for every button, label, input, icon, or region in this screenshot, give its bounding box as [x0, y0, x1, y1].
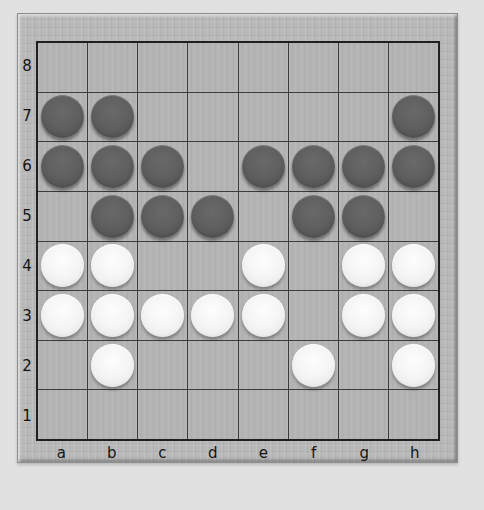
- cell-a3[interactable]: [38, 291, 87, 340]
- cell-c5[interactable]: [138, 192, 187, 241]
- cell-c6[interactable]: [138, 142, 187, 191]
- light-disc[interactable]: [342, 294, 385, 337]
- cell-c7[interactable]: [138, 93, 187, 142]
- cell-g1[interactable]: [339, 390, 388, 439]
- light-disc[interactable]: [91, 344, 134, 387]
- dark-disc[interactable]: [191, 195, 234, 238]
- cell-a4[interactable]: [38, 242, 87, 291]
- dark-disc[interactable]: [292, 145, 335, 188]
- light-disc[interactable]: [242, 294, 285, 337]
- cell-h2[interactable]: [389, 341, 438, 390]
- rank-label-4: 4: [18, 241, 36, 291]
- file-label-c: c: [137, 442, 188, 463]
- file-label-g: g: [339, 442, 390, 463]
- cell-h4[interactable]: [389, 242, 438, 291]
- rank-label-7: 7: [18, 91, 36, 141]
- dark-disc[interactable]: [342, 145, 385, 188]
- cell-f2[interactable]: [289, 341, 338, 390]
- cell-d5[interactable]: [188, 192, 237, 241]
- light-disc[interactable]: [191, 294, 234, 337]
- dark-disc[interactable]: [141, 195, 184, 238]
- light-disc[interactable]: [141, 294, 184, 337]
- cell-h1[interactable]: [389, 390, 438, 439]
- cell-h8[interactable]: [389, 43, 438, 92]
- cell-h5[interactable]: [389, 192, 438, 241]
- rank-labels: 87654321: [18, 41, 36, 441]
- dark-disc[interactable]: [91, 195, 134, 238]
- cell-b2[interactable]: [88, 341, 137, 390]
- cell-f3[interactable]: [289, 291, 338, 340]
- cell-a2[interactable]: [38, 341, 87, 390]
- cell-b5[interactable]: [88, 192, 137, 241]
- light-disc[interactable]: [292, 344, 335, 387]
- light-disc[interactable]: [392, 244, 435, 287]
- rank-label-3: 3: [18, 291, 36, 341]
- cell-a5[interactable]: [38, 192, 87, 241]
- app-background: 87654321 abcdefgh: [0, 0, 484, 510]
- cell-b7[interactable]: [88, 93, 137, 142]
- cell-b3[interactable]: [88, 291, 137, 340]
- cell-d3[interactable]: [188, 291, 237, 340]
- cell-e1[interactable]: [239, 390, 288, 439]
- cell-b4[interactable]: [88, 242, 137, 291]
- cell-f4[interactable]: [289, 242, 338, 291]
- file-labels: abcdefgh: [36, 442, 440, 463]
- dark-disc[interactable]: [91, 145, 134, 188]
- cell-d6[interactable]: [188, 142, 237, 191]
- cell-d8[interactable]: [188, 43, 237, 92]
- cell-f7[interactable]: [289, 93, 338, 142]
- file-label-d: d: [188, 442, 239, 463]
- dark-disc[interactable]: [342, 195, 385, 238]
- cell-b1[interactable]: [88, 390, 137, 439]
- cell-c2[interactable]: [138, 341, 187, 390]
- file-label-h: h: [390, 442, 441, 463]
- cell-d1[interactable]: [188, 390, 237, 439]
- cell-f6[interactable]: [289, 142, 338, 191]
- cell-h3[interactable]: [389, 291, 438, 340]
- cell-e4[interactable]: [239, 242, 288, 291]
- cell-h7[interactable]: [389, 93, 438, 142]
- light-disc[interactable]: [342, 244, 385, 287]
- cell-g4[interactable]: [339, 242, 388, 291]
- cell-a7[interactable]: [38, 93, 87, 142]
- cell-g3[interactable]: [339, 291, 388, 340]
- cell-g6[interactable]: [339, 142, 388, 191]
- dark-disc[interactable]: [141, 145, 184, 188]
- cell-h6[interactable]: [389, 142, 438, 191]
- cell-f1[interactable]: [289, 390, 338, 439]
- light-disc[interactable]: [392, 294, 435, 337]
- cell-a1[interactable]: [38, 390, 87, 439]
- game-board: [36, 41, 440, 441]
- board-frame: 87654321 abcdefgh: [17, 13, 458, 463]
- dark-disc[interactable]: [392, 145, 435, 188]
- cell-e8[interactable]: [239, 43, 288, 92]
- cell-e3[interactable]: [239, 291, 288, 340]
- cell-g8[interactable]: [339, 43, 388, 92]
- file-label-e: e: [238, 442, 289, 463]
- light-disc[interactable]: [392, 344, 435, 387]
- cell-a6[interactable]: [38, 142, 87, 191]
- light-disc[interactable]: [91, 294, 134, 337]
- dark-disc[interactable]: [292, 195, 335, 238]
- light-disc[interactable]: [242, 244, 285, 287]
- dark-disc[interactable]: [392, 95, 435, 138]
- cell-c4[interactable]: [138, 242, 187, 291]
- cell-f8[interactable]: [289, 43, 338, 92]
- rank-label-2: 2: [18, 341, 36, 391]
- cell-c1[interactable]: [138, 390, 187, 439]
- cell-c3[interactable]: [138, 291, 187, 340]
- cell-d7[interactable]: [188, 93, 237, 142]
- light-disc[interactable]: [41, 244, 84, 287]
- rank-label-1: 1: [18, 391, 36, 441]
- rank-label-8: 8: [18, 41, 36, 91]
- file-label-b: b: [87, 442, 138, 463]
- cell-g5[interactable]: [339, 192, 388, 241]
- cell-d4[interactable]: [188, 242, 237, 291]
- rank-label-5: 5: [18, 191, 36, 241]
- cell-b8[interactable]: [88, 43, 137, 92]
- file-label-f: f: [289, 442, 340, 463]
- cell-e2[interactable]: [239, 341, 288, 390]
- dark-disc[interactable]: [91, 95, 134, 138]
- rank-label-6: 6: [18, 141, 36, 191]
- light-disc[interactable]: [41, 294, 84, 337]
- cell-a8[interactable]: [38, 43, 87, 92]
- dark-disc[interactable]: [242, 145, 285, 188]
- cell-f5[interactable]: [289, 192, 338, 241]
- dark-disc[interactable]: [41, 145, 84, 188]
- light-disc[interactable]: [91, 244, 134, 287]
- cell-e5[interactable]: [239, 192, 288, 241]
- cell-g2[interactable]: [339, 341, 388, 390]
- file-label-a: a: [36, 442, 87, 463]
- cell-b6[interactable]: [88, 142, 137, 191]
- cell-e6[interactable]: [239, 142, 288, 191]
- cell-d2[interactable]: [188, 341, 237, 390]
- cell-c8[interactable]: [138, 43, 187, 92]
- cell-g7[interactable]: [339, 93, 388, 142]
- cell-e7[interactable]: [239, 93, 288, 142]
- dark-disc[interactable]: [41, 95, 84, 138]
